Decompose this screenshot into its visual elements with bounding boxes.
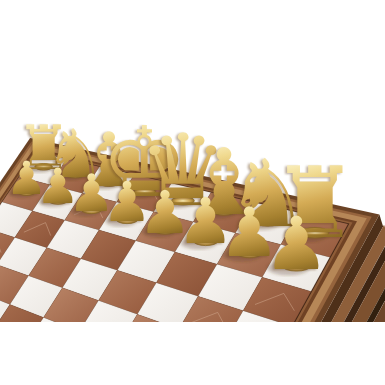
chess-set-photo: ♜♞♝♚♟♛♟♟♝♟♞♟♜♟♟♟ [0,0,385,385]
piece-base [172,196,195,205]
piece-base [134,187,155,195]
piece-base [116,216,137,224]
piece-base [81,206,101,214]
piece-base [194,236,218,245]
piece-base [99,179,119,187]
piece-base [301,228,329,239]
piece-base [236,248,262,258]
photo-area: ♜♞♝♚♟♛♟♟♝♟♞♟♜♟♟♟ [0,0,385,322]
piece-base [154,226,177,235]
piece-base [212,206,236,215]
piece-base [49,197,68,204]
piece-base [282,261,310,272]
piece-base [66,171,85,178]
piece-base [255,216,281,226]
piece-base [18,189,36,196]
piece-base [35,164,53,171]
chess-board [0,0,385,322]
